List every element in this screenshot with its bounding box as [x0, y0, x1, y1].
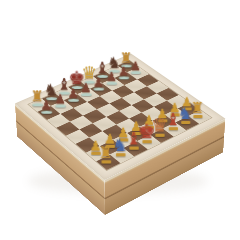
- chess-board: ♜♟♟♜♞♟♟♞♝♟♟♝♛♟♟♛♚♟♟♚♝♟♟♝♞♟♟♞♜♟♟♜: [15, 53, 226, 180]
- product-photo: ♜♟♟♜♞♟♟♞♝♟♟♝♛♟♟♛♚♟♟♚♝♟♟♝♞♟♟♞♜♟♟♜: [0, 0, 240, 240]
- piece-base: [41, 111, 52, 114]
- piece-glyph: ♜: [99, 145, 113, 161]
- square-h2: ♟: [38, 106, 61, 120]
- scene: ♜♟♟♜♞♟♟♞♝♟♟♝♛♟♟♛♚♟♟♚♝♟♟♝♞♟♟♞♜♟♟♜: [0, 0, 240, 240]
- square-h8: ♜: [96, 154, 120, 170]
- piece-base: [101, 160, 111, 163]
